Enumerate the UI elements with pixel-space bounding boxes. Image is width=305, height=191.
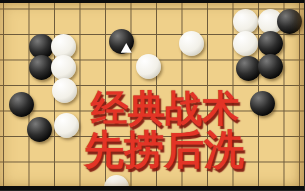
board-cell[interactable] (29, 60, 55, 86)
black-stone[interactable] (29, 55, 54, 80)
letterbox-bar-top (0, 0, 304, 3)
video-frame: 经典战术 先捞后洗 (0, 0, 304, 190)
board-cell[interactable] (156, 60, 182, 86)
board-cell[interactable] (54, 136, 80, 162)
board-cell[interactable] (233, 9, 259, 35)
board-cell[interactable] (54, 85, 80, 111)
board-cell[interactable] (233, 60, 259, 86)
board-cell[interactable] (182, 9, 208, 35)
caption-line-2: 先捞后洗 (84, 129, 244, 169)
board-cell[interactable] (80, 60, 106, 86)
board-cell[interactable] (3, 85, 29, 111)
board-cell[interactable] (182, 60, 208, 86)
white-stone[interactable] (52, 78, 77, 103)
board-cell[interactable] (284, 136, 305, 162)
black-stone[interactable] (258, 31, 283, 56)
board-cell[interactable] (207, 60, 233, 86)
board-cell[interactable] (258, 85, 284, 111)
board-cell[interactable] (54, 162, 80, 188)
white-stone[interactable] (179, 31, 204, 56)
board-cell[interactable] (29, 136, 55, 162)
white-stone[interactable] (233, 31, 258, 56)
black-stone[interactable] (258, 54, 283, 79)
board-cell[interactable] (131, 9, 157, 35)
black-stone[interactable] (277, 9, 302, 34)
board-cell[interactable] (80, 34, 106, 60)
board-cell[interactable] (29, 9, 55, 35)
board-cell[interactable] (258, 60, 284, 86)
black-stone[interactable] (236, 56, 261, 81)
board-cell[interactable] (29, 85, 55, 111)
board-cell[interactable] (3, 34, 29, 60)
board-cell[interactable] (3, 60, 29, 86)
board-cell[interactable] (80, 9, 106, 35)
board-cell[interactable] (258, 111, 284, 137)
board-cell[interactable] (131, 60, 157, 86)
board-cell[interactable] (284, 9, 305, 35)
white-stone[interactable] (51, 55, 76, 80)
board-cell[interactable] (3, 136, 29, 162)
board-cell[interactable] (54, 9, 80, 35)
board-cell[interactable] (105, 34, 131, 60)
board-cell[interactable] (156, 34, 182, 60)
board-cell[interactable] (258, 136, 284, 162)
white-stone[interactable] (54, 113, 79, 138)
board-cell[interactable] (207, 34, 233, 60)
board-cell[interactable] (54, 111, 80, 137)
board-cell[interactable] (3, 9, 29, 35)
board-cell[interactable] (3, 162, 29, 188)
board-cell[interactable] (284, 85, 305, 111)
board-cell[interactable] (29, 162, 55, 188)
board-cell[interactable] (182, 34, 208, 60)
board-cell[interactable] (284, 34, 305, 60)
board-cell[interactable] (105, 60, 131, 86)
board-cell[interactable] (284, 162, 305, 188)
white-stone[interactable] (233, 9, 258, 34)
letterbox-bar-bottom (0, 186, 304, 191)
board-cell[interactable] (207, 9, 233, 35)
board-cell[interactable] (29, 111, 55, 137)
board-cell[interactable] (3, 111, 29, 137)
board-cell[interactable] (156, 9, 182, 35)
board-cell[interactable] (258, 162, 284, 188)
board-cell[interactable] (284, 111, 305, 137)
caption-line-1: 经典战术 (91, 90, 239, 127)
board-cell[interactable] (284, 60, 305, 86)
